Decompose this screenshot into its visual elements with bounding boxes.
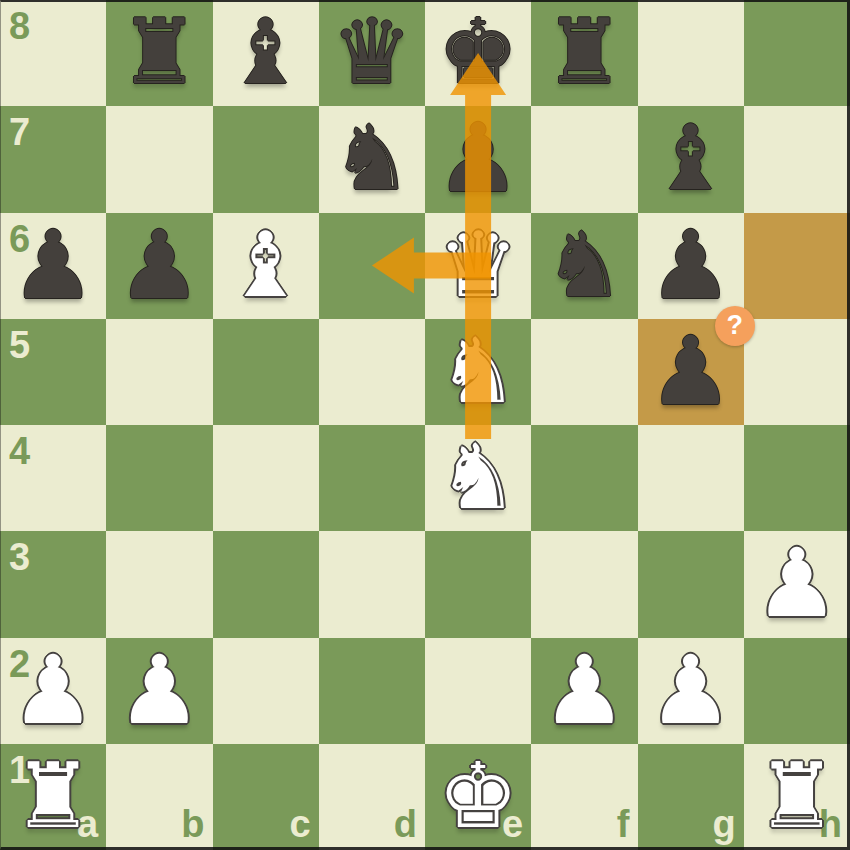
square-h2[interactable] [744,638,850,744]
piece-black-rook-b8[interactable]: ♜ [106,0,212,106]
square-a1[interactable]: 1a♜ [0,744,106,850]
piece-white-pawn-f2[interactable]: ♟ [531,638,637,744]
piece-white-knight-e5[interactable]: ♞ [425,319,531,425]
rank-label-3: 3 [9,538,30,576]
square-b6[interactable]: ♟ [106,213,212,319]
square-d8[interactable]: ♛ [319,0,425,106]
square-b3[interactable] [106,531,212,637]
square-b4[interactable] [106,425,212,531]
square-h7[interactable] [744,106,850,212]
square-g2[interactable]: ♟ [638,638,744,744]
file-label-b: b [181,805,204,843]
rank-label-4: 4 [9,432,30,470]
square-e3[interactable] [425,531,531,637]
piece-black-rook-f8[interactable]: ♜ [531,0,637,106]
piece-white-pawn-g2[interactable]: ♟ [638,638,744,744]
square-h6[interactable] [744,213,850,319]
square-e6[interactable]: ♛ [425,213,531,319]
square-c8[interactable]: ♝ [213,0,319,106]
square-b2[interactable]: ♟ [106,638,212,744]
square-c2[interactable] [213,638,319,744]
piece-black-pawn-a6[interactable]: ♟ [0,213,106,319]
square-f3[interactable] [531,531,637,637]
square-b1[interactable]: b [106,744,212,850]
piece-white-rook-a1[interactable]: ♜ [0,744,106,850]
square-c3[interactable] [213,531,319,637]
square-g4[interactable] [638,425,744,531]
square-f1[interactable]: f [531,744,637,850]
piece-white-rook-h1[interactable]: ♜ [744,744,850,850]
square-e1[interactable]: e♚ [425,744,531,850]
square-a4[interactable]: 4 [0,425,106,531]
piece-white-queen-e6[interactable]: ♛ [425,213,531,319]
square-d7[interactable]: ♞ [319,106,425,212]
square-c6[interactable]: ♝ [213,213,319,319]
piece-black-queen-d8[interactable]: ♛ [319,0,425,106]
square-d4[interactable] [319,425,425,531]
square-g6[interactable]: ♟ [638,213,744,319]
square-b7[interactable] [106,106,212,212]
mistake-badge-symbol: ? [727,310,744,341]
square-h4[interactable] [744,425,850,531]
file-label-d: d [394,805,417,843]
square-e2[interactable] [425,638,531,744]
file-label-g: g [713,805,736,843]
square-c4[interactable] [213,425,319,531]
square-g8[interactable] [638,0,744,106]
square-d3[interactable] [319,531,425,637]
piece-black-pawn-b6[interactable]: ♟ [106,213,212,319]
square-f8[interactable]: ♜ [531,0,637,106]
square-h8[interactable] [744,0,850,106]
square-h1[interactable]: h♜ [744,744,850,850]
square-a6[interactable]: 6♟ [0,213,106,319]
file-label-f: f [617,805,630,843]
piece-white-pawn-b2[interactable]: ♟ [106,638,212,744]
mistake-badge: ? [715,306,755,346]
square-d5[interactable] [319,319,425,425]
piece-white-knight-e4[interactable]: ♞ [425,425,531,531]
square-a7[interactable]: 7 [0,106,106,212]
piece-black-pawn-g6[interactable]: ♟ [638,213,744,319]
file-label-c: c [290,805,311,843]
piece-white-pawn-a2[interactable]: ♟ [0,638,106,744]
piece-black-knight-d7[interactable]: ♞ [319,106,425,212]
piece-white-pawn-h3[interactable]: ♟ [744,531,850,637]
square-h3[interactable]: ♟ [744,531,850,637]
square-c7[interactable] [213,106,319,212]
piece-white-bishop-c6[interactable]: ♝ [213,213,319,319]
piece-black-bishop-g7[interactable]: ♝ [638,106,744,212]
square-c1[interactable]: c [213,744,319,850]
piece-black-knight-f6[interactable]: ♞ [531,213,637,319]
piece-black-pawn-e7[interactable]: ♟ [425,106,531,212]
square-d2[interactable] [319,638,425,744]
board-squares: 8♜♝♛♚♜7♞♟♝6♟♟♝♛♞♟5♞♟4♞3♟2♟♟♟♟1a♜bcde♚fgh… [0,0,850,850]
square-h5[interactable] [744,319,850,425]
square-g3[interactable] [638,531,744,637]
piece-black-king-e8[interactable]: ♚ [425,0,531,106]
piece-black-bishop-c8[interactable]: ♝ [213,0,319,106]
rank-label-8: 8 [9,7,30,45]
square-g7[interactable]: ♝ [638,106,744,212]
rank-label-5: 5 [9,326,30,364]
square-a2[interactable]: 2♟ [0,638,106,744]
square-c5[interactable] [213,319,319,425]
square-b5[interactable] [106,319,212,425]
square-f6[interactable]: ♞ [531,213,637,319]
square-b8[interactable]: ♜ [106,0,212,106]
square-a8[interactable]: 8 [0,0,106,106]
square-f5[interactable] [531,319,637,425]
square-e7[interactable]: ♟ [425,106,531,212]
square-f7[interactable] [531,106,637,212]
square-e4[interactable]: ♞ [425,425,531,531]
square-a5[interactable]: 5 [0,319,106,425]
piece-white-king-e1[interactable]: ♚ [425,744,531,850]
chess-board[interactable]: 8♜♝♛♚♜7♞♟♝6♟♟♝♛♞♟5♞♟4♞3♟2♟♟♟♟1a♜bcde♚fgh… [0,0,850,850]
square-a3[interactable]: 3 [0,531,106,637]
square-f2[interactable]: ♟ [531,638,637,744]
square-g1[interactable]: g [638,744,744,850]
square-e8[interactable]: ♚ [425,0,531,106]
square-d6[interactable] [319,213,425,319]
square-f4[interactable] [531,425,637,531]
rank-label-7: 7 [9,113,30,151]
square-e5[interactable]: ♞ [425,319,531,425]
square-d1[interactable]: d [319,744,425,850]
